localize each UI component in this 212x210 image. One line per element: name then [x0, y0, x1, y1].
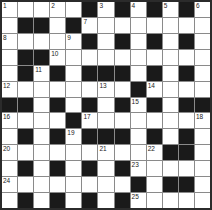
cell-r2c8[interactable]	[131, 34, 146, 49]
cell-r8c9	[147, 129, 162, 144]
cell-r8c11	[179, 129, 194, 144]
cell-r5c6[interactable]: 13	[98, 82, 113, 97]
cell-r5c9[interactable]: 14	[147, 82, 162, 97]
cell-r7c9[interactable]	[147, 113, 162, 128]
cell-r2c6[interactable]	[98, 34, 113, 49]
cell-r11c7[interactable]	[115, 177, 130, 192]
cell-r10c8[interactable]: 23	[131, 161, 146, 176]
clue-number-4: 4	[132, 2, 136, 9]
clue-number-5: 5	[164, 2, 168, 9]
cell-r12c2[interactable]	[34, 193, 49, 208]
cell-r10c2[interactable]	[34, 161, 49, 176]
cell-r4c12[interactable]	[195, 66, 210, 81]
cell-r11c8	[131, 177, 146, 192]
cell-r11c2[interactable]	[34, 177, 49, 192]
cell-r2c3[interactable]	[50, 34, 65, 49]
cell-r12c6[interactable]	[98, 193, 113, 208]
cell-r5c5[interactable]	[82, 82, 97, 97]
clue-number-25: 25	[132, 193, 139, 200]
cell-r7c12[interactable]: 18	[195, 113, 210, 128]
cell-r4c9	[147, 66, 162, 81]
cell-r0c1[interactable]	[18, 2, 33, 17]
cell-r12c1	[18, 193, 33, 208]
cell-r3c5[interactable]	[82, 50, 97, 65]
cell-r6c5	[82, 98, 97, 113]
cell-r10c12[interactable]	[195, 161, 210, 176]
cell-r6c0	[2, 98, 17, 113]
cell-r11c4[interactable]	[66, 177, 81, 192]
cell-r2c5	[82, 34, 97, 49]
cell-r7c4	[66, 113, 81, 128]
cell-r11c3[interactable]	[50, 177, 65, 192]
cell-r6c2[interactable]	[34, 98, 49, 113]
cell-r11c5[interactable]	[82, 177, 97, 192]
cell-r2c4[interactable]: 9	[66, 34, 81, 49]
clue-number-11: 11	[35, 66, 42, 73]
clue-number-15: 15	[132, 98, 139, 105]
cell-r2c7	[115, 34, 130, 49]
cell-r3c9[interactable]	[147, 50, 162, 65]
cell-r9c2[interactable]	[34, 145, 49, 160]
cell-r10c5	[82, 161, 97, 176]
cell-r3c10[interactable]	[163, 50, 178, 65]
cell-r2c0[interactable]: 8	[2, 34, 17, 49]
cell-r1c4	[66, 18, 81, 33]
cell-r10c4[interactable]	[66, 161, 81, 176]
cell-r8c4[interactable]: 19	[66, 129, 81, 144]
cell-r9c1[interactable]	[18, 145, 33, 160]
clue-number-7: 7	[83, 18, 87, 25]
cell-r1c1	[18, 18, 33, 33]
cell-r5c10[interactable]	[163, 82, 178, 97]
cell-r1c6[interactable]	[98, 18, 113, 33]
cell-r11c0[interactable]: 24	[2, 177, 17, 192]
cell-r2c12[interactable]	[195, 34, 210, 49]
cell-r10c7	[115, 161, 130, 176]
cell-r1c2	[34, 18, 49, 33]
cell-r12c8[interactable]: 25	[131, 193, 146, 208]
clue-number-13: 13	[99, 82, 106, 89]
cell-r8c6	[98, 129, 113, 144]
cell-r0c6[interactable]: 3	[98, 2, 113, 17]
cell-r6c9	[147, 98, 162, 113]
cell-r7c5[interactable]: 17	[82, 113, 97, 128]
cell-r8c3	[50, 129, 65, 144]
cell-r6c10[interactable]	[163, 98, 178, 113]
cell-r0c2[interactable]	[34, 2, 49, 17]
cell-r7c3[interactable]	[50, 113, 65, 128]
cell-r3c2	[34, 50, 49, 65]
cell-r5c0[interactable]: 12	[2, 82, 17, 97]
cell-r3c11[interactable]	[179, 50, 194, 65]
clue-number-10: 10	[51, 50, 58, 57]
cell-r12c5	[82, 193, 97, 208]
cell-r4c4[interactable]	[66, 66, 81, 81]
clue-number-12: 12	[3, 82, 10, 89]
clue-number-6: 6	[196, 2, 200, 9]
cell-r3c7[interactable]	[115, 50, 130, 65]
cell-r4c10[interactable]	[163, 66, 178, 81]
cell-r9c7[interactable]	[115, 145, 130, 160]
cell-r8c2[interactable]	[34, 129, 49, 144]
cell-r1c5[interactable]: 7	[82, 18, 97, 33]
cell-r0c12[interactable]: 6	[195, 2, 210, 17]
cell-r7c7[interactable]	[115, 113, 130, 128]
cell-r11c10	[163, 177, 178, 192]
cell-r12c9[interactable]	[147, 193, 162, 208]
cell-r0c3[interactable]: 2	[50, 2, 65, 17]
cell-r7c6[interactable]	[98, 113, 113, 128]
cell-r4c0[interactable]	[2, 66, 17, 81]
cell-r10c1	[18, 161, 33, 176]
cell-r6c7	[115, 98, 130, 113]
cell-r10c6[interactable]	[98, 161, 113, 176]
cell-r11c11	[179, 177, 194, 192]
cell-r7c8[interactable]	[131, 113, 146, 128]
clue-number-18: 18	[196, 113, 203, 120]
cell-r4c6	[98, 66, 113, 81]
clue-number-3: 3	[99, 2, 103, 9]
cell-r12c12[interactable]	[195, 193, 210, 208]
cell-r10c10[interactable]	[163, 161, 178, 176]
cell-r1c10[interactable]	[163, 18, 178, 33]
cell-r10c11[interactable]	[179, 161, 194, 176]
cell-r3c3[interactable]: 10	[50, 50, 65, 65]
cell-r3c12[interactable]	[195, 50, 210, 65]
cell-r4c11	[179, 66, 194, 81]
cell-r5c8	[131, 82, 146, 97]
cell-r12c0[interactable]	[2, 193, 17, 208]
cell-r0c9	[147, 2, 162, 17]
cell-r9c12[interactable]	[195, 145, 210, 160]
clue-number-2: 2	[51, 2, 55, 9]
cell-r0c0[interactable]: 1	[2, 2, 17, 17]
cell-r9c4[interactable]	[66, 145, 81, 160]
clue-number-21: 21	[99, 145, 106, 152]
cell-r5c7[interactable]	[115, 82, 130, 97]
cell-r4c2[interactable]: 11	[34, 66, 49, 81]
cell-r8c5	[82, 129, 97, 144]
cell-r2c10[interactable]	[163, 34, 178, 49]
cell-r1c11[interactable]	[179, 18, 194, 33]
cell-r5c2[interactable]	[34, 82, 49, 97]
cell-r1c3[interactable]	[50, 18, 65, 33]
cell-r8c0[interactable]	[2, 129, 17, 144]
cell-r8c12[interactable]	[195, 129, 210, 144]
cell-r2c1[interactable]	[18, 34, 33, 49]
clue-number-9: 9	[67, 34, 71, 41]
cell-r7c0[interactable]: 16	[2, 113, 17, 128]
cell-r2c2[interactable]	[34, 34, 49, 49]
cell-r7c2[interactable]	[34, 113, 49, 128]
cell-r4c8[interactable]	[131, 66, 146, 81]
cell-r8c1	[18, 129, 33, 144]
cell-r4c5	[82, 66, 97, 81]
cell-r6c1	[18, 98, 33, 113]
cell-r9c11	[179, 145, 194, 160]
cell-r0c10[interactable]: 5	[163, 2, 178, 17]
cell-r12c11[interactable]	[179, 193, 194, 208]
cell-r2c9	[147, 34, 162, 49]
cell-r7c11[interactable]	[179, 113, 194, 128]
crossword-page: 1234567891011121314151617181920212223242…	[0, 0, 212, 210]
cell-r11c1[interactable]	[18, 177, 33, 192]
cell-r4c1	[18, 66, 33, 81]
cell-r4c3	[50, 66, 65, 81]
cell-r10c0[interactable]	[2, 161, 17, 176]
cell-r5c12[interactable]	[195, 82, 210, 97]
cell-r3c8[interactable]	[131, 50, 146, 65]
clue-number-20: 20	[3, 145, 10, 152]
cell-r12c7	[115, 193, 130, 208]
cell-r6c3	[50, 98, 65, 113]
cell-r0c8[interactable]: 4	[131, 2, 146, 17]
clue-number-1: 1	[3, 2, 7, 9]
cell-r3c1	[18, 50, 33, 65]
cell-r9c3[interactable]	[50, 145, 65, 160]
cell-r4c7	[115, 66, 130, 81]
clue-number-14: 14	[148, 82, 155, 89]
cell-r6c11	[179, 98, 194, 113]
cell-r3c4[interactable]	[66, 50, 81, 65]
cell-r1c7[interactable]	[115, 18, 130, 33]
crossword-grid: 1234567891011121314151617181920212223242…	[0, 0, 212, 210]
cell-r6c8[interactable]: 15	[131, 98, 146, 113]
cell-r10c3	[50, 161, 65, 176]
cell-r9c6[interactable]: 21	[98, 145, 113, 160]
cell-r1c9[interactable]	[147, 18, 162, 33]
cell-r0c11	[179, 2, 194, 17]
cell-r11c12[interactable]	[195, 177, 210, 192]
cell-r11c6[interactable]	[98, 177, 113, 192]
cell-r12c4[interactable]	[66, 193, 81, 208]
cell-r12c3	[50, 193, 65, 208]
cell-r5c11[interactable]	[179, 82, 194, 97]
cell-r5c4[interactable]	[66, 82, 81, 97]
cell-r9c10	[163, 145, 178, 160]
cell-r6c12	[195, 98, 210, 113]
cell-r1c12[interactable]	[195, 18, 210, 33]
cell-r0c5	[82, 2, 97, 17]
cell-r12c10[interactable]	[163, 193, 178, 208]
cell-r8c8[interactable]	[131, 129, 146, 144]
cell-r9c0[interactable]: 20	[2, 145, 17, 160]
cell-r7c10[interactable]	[163, 113, 178, 128]
cell-r9c8[interactable]	[131, 145, 146, 160]
cell-r9c9[interactable]: 22	[147, 145, 162, 160]
cell-r5c3[interactable]	[50, 82, 65, 97]
cell-r9c5[interactable]	[82, 145, 97, 160]
cell-r7c1[interactable]	[18, 113, 33, 128]
cell-r11c9[interactable]	[147, 177, 162, 192]
cell-r0c7	[115, 2, 130, 17]
clue-number-23: 23	[132, 161, 139, 168]
cell-r10c9[interactable]	[147, 161, 162, 176]
cell-r6c6[interactable]	[98, 98, 113, 113]
clue-number-24: 24	[3, 177, 10, 184]
cell-r2c11	[179, 34, 194, 49]
cell-r5c1[interactable]	[18, 82, 33, 97]
cell-r0c4[interactable]	[66, 2, 81, 17]
clue-number-8: 8	[3, 34, 7, 41]
cell-r1c0[interactable]	[2, 18, 17, 33]
cell-r1c8[interactable]	[131, 18, 146, 33]
cell-r3c0[interactable]	[2, 50, 17, 65]
cell-r6c4[interactable]	[66, 98, 81, 113]
cell-r3c6[interactable]	[98, 50, 113, 65]
cell-r8c10[interactable]	[163, 129, 178, 144]
clue-number-16: 16	[3, 113, 10, 120]
clue-number-22: 22	[148, 145, 155, 152]
clue-number-19: 19	[67, 129, 74, 136]
clue-number-17: 17	[83, 113, 90, 120]
cell-r8c7	[115, 129, 130, 144]
